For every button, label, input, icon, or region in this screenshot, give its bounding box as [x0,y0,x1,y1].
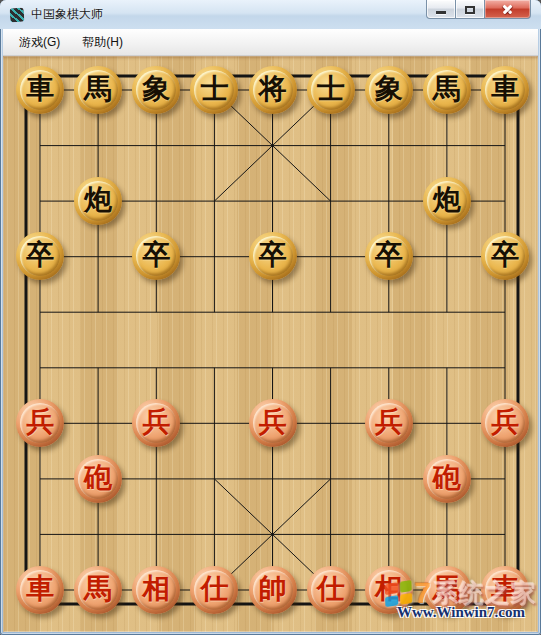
piece-glyph: 兵 [142,408,170,436]
piece-glyph: 象 [375,75,403,103]
piece-black-cannon-a[interactable]: 炮 [74,177,122,225]
piece-red-cannon-a[interactable]: 砲 [74,455,122,503]
piece-glyph: 車 [491,575,519,603]
piece-glyph: 兵 [26,408,54,436]
piece-glyph: 卒 [491,241,519,269]
menu-game[interactable]: 游戏(G) [10,30,69,55]
piece-red-soldier-a[interactable]: 兵 [16,399,64,447]
maximize-button[interactable] [456,0,484,19]
app-window: 中国象棋大师 游戏(G) 帮助(H) [0,0,541,635]
piece-glyph: 馬 [433,75,461,103]
piece-black-cannon-b[interactable]: 炮 [423,177,471,225]
piece-red-soldier-d[interactable]: 兵 [365,399,413,447]
close-icon [501,3,514,16]
maximize-icon [465,6,475,14]
close-button[interactable] [484,0,531,19]
piece-glyph: 炮 [84,186,112,214]
piece-glyph: 士 [200,75,228,103]
piece-glyph: 相 [142,575,170,603]
piece-red-elephant-b[interactable]: 相 [365,566,413,614]
piece-glyph: 象 [142,75,170,103]
piece-black-advisor-b[interactable]: 士 [307,66,355,114]
piece-red-horse-b[interactable]: 馬 [423,566,471,614]
piece-red-soldier-e[interactable]: 兵 [481,399,529,447]
piece-glyph: 兵 [375,408,403,436]
piece-red-soldier-b[interactable]: 兵 [132,399,180,447]
titlebar: 中国象棋大师 [0,0,541,29]
piece-black-soldier-c[interactable]: 卒 [249,232,297,280]
piece-glyph: 炮 [433,186,461,214]
piece-glyph: 将 [259,75,287,103]
piece-red-general[interactable]: 帥 [249,566,297,614]
piece-glyph: 砲 [433,464,461,492]
piece-glyph: 相 [375,575,403,603]
piece-glyph: 兵 [259,408,287,436]
piece-glyph: 馬 [84,575,112,603]
piece-glyph: 士 [317,75,345,103]
piece-red-chariot-b[interactable]: 車 [481,566,529,614]
piece-glyph: 卒 [375,241,403,269]
piece-red-cannon-b[interactable]: 砲 [423,455,471,503]
piece-black-soldier-a[interactable]: 卒 [16,232,64,280]
minimize-button[interactable] [426,0,456,19]
board-grid: 車馬象士将士象馬車炮炮卒卒卒卒卒兵兵兵兵兵砲砲車馬相仕帥仕相馬車 [11,62,534,617]
piece-black-advisor-a[interactable]: 士 [190,66,238,114]
piece-glyph: 卒 [259,241,287,269]
piece-red-chariot-a[interactable]: 車 [16,566,64,614]
piece-red-elephant-a[interactable]: 相 [132,566,180,614]
piece-black-chariot-b[interactable]: 車 [481,66,529,114]
piece-glyph: 卒 [26,241,54,269]
window-title: 中国象棋大师 [31,6,103,23]
piece-glyph: 仕 [317,575,345,603]
minimize-icon [436,11,446,14]
piece-glyph: 帥 [259,575,287,603]
piece-glyph: 兵 [491,408,519,436]
window-controls [426,0,531,19]
menu-help[interactable]: 帮助(H) [73,30,132,55]
piece-glyph: 砲 [84,464,112,492]
xiangqi-board[interactable]: 車馬象士将士象馬車炮炮卒卒卒卒卒兵兵兵兵兵砲砲車馬相仕帥仕相馬車 7 系统之家 … [3,56,538,632]
piece-black-general[interactable]: 将 [249,66,297,114]
piece-red-advisor-a[interactable]: 仕 [190,566,238,614]
piece-red-advisor-b[interactable]: 仕 [307,566,355,614]
piece-black-elephant-a[interactable]: 象 [132,66,180,114]
piece-black-soldier-b[interactable]: 卒 [132,232,180,280]
piece-black-elephant-b[interactable]: 象 [365,66,413,114]
piece-glyph: 卒 [142,241,170,269]
piece-glyph: 車 [26,75,54,103]
piece-glyph: 馬 [84,75,112,103]
piece-glyph: 車 [491,75,519,103]
piece-glyph: 車 [26,575,54,603]
app-icon [9,7,25,23]
piece-red-horse-a[interactable]: 馬 [74,566,122,614]
piece-black-horse-a[interactable]: 馬 [74,66,122,114]
piece-black-chariot-a[interactable]: 車 [16,66,64,114]
piece-glyph: 馬 [433,575,461,603]
piece-glyph: 仕 [200,575,228,603]
piece-black-soldier-d[interactable]: 卒 [365,232,413,280]
menubar: 游戏(G) 帮助(H) [3,29,538,56]
piece-red-soldier-c[interactable]: 兵 [249,399,297,447]
piece-black-soldier-e[interactable]: 卒 [481,232,529,280]
piece-black-horse-b[interactable]: 馬 [423,66,471,114]
